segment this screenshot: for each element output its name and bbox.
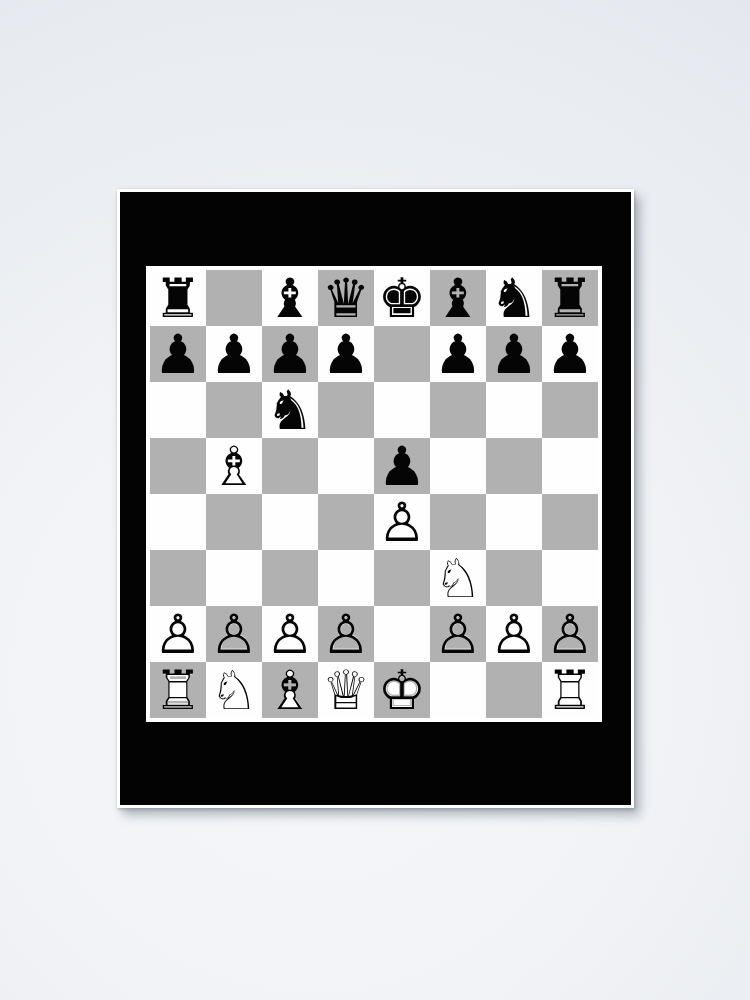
square-e2 [374, 606, 430, 662]
square-c1: ♝♗ [262, 662, 318, 718]
black-bishop: ♝ [262, 270, 318, 326]
square-a4 [150, 494, 206, 550]
white-king: ♚♔ [374, 662, 430, 718]
square-d3 [318, 550, 374, 606]
square-b1: ♞♘ [206, 662, 262, 718]
white-pawn: ♙♙ [374, 494, 430, 550]
square-e5: ♟ [374, 438, 430, 494]
square-d8: ♛ [318, 270, 374, 326]
square-h2: ♙♙ [542, 606, 598, 662]
square-d2: ♙♙ [318, 606, 374, 662]
square-e1: ♚♔ [374, 662, 430, 718]
white-pawn-outline: ♙ [318, 606, 374, 662]
square-f6 [430, 382, 486, 438]
square-c5 [262, 438, 318, 494]
square-d6 [318, 382, 374, 438]
square-b7: ♟ [206, 326, 262, 382]
square-h8: ♜ [542, 270, 598, 326]
white-rook-outline: ♖ [150, 662, 206, 718]
square-h6 [542, 382, 598, 438]
white-knight: ♞♘ [206, 662, 262, 718]
white-pawn: ♙♙ [206, 606, 262, 662]
square-b2: ♙♙ [206, 606, 262, 662]
square-b8 [206, 270, 262, 326]
white-pawn: ♙♙ [318, 606, 374, 662]
square-g6 [486, 382, 542, 438]
white-pawn-outline: ♙ [542, 606, 598, 662]
square-g8: ♞ [486, 270, 542, 326]
black-pawn: ♟ [206, 326, 262, 382]
square-f8: ♝ [430, 270, 486, 326]
white-pawn: ♙♙ [150, 606, 206, 662]
white-queen: ♛♕ [318, 662, 374, 718]
white-bishop: ♝♗ [206, 438, 262, 494]
square-b4 [206, 494, 262, 550]
white-pawn-outline: ♙ [430, 606, 486, 662]
black-pawn: ♟ [430, 326, 486, 382]
square-g3 [486, 550, 542, 606]
black-pawn: ♟ [542, 326, 598, 382]
square-f7: ♟ [430, 326, 486, 382]
square-h5 [542, 438, 598, 494]
square-c2: ♙♙ [262, 606, 318, 662]
black-pawn: ♟ [486, 326, 542, 382]
square-d7: ♟ [318, 326, 374, 382]
white-knight-outline: ♘ [430, 550, 486, 606]
square-f4 [430, 494, 486, 550]
square-a8: ♜ [150, 270, 206, 326]
white-pawn-outline: ♙ [150, 606, 206, 662]
square-c6: ♞ [262, 382, 318, 438]
white-pawn-outline: ♙ [262, 606, 318, 662]
black-knight: ♞ [486, 270, 542, 326]
square-a6 [150, 382, 206, 438]
white-pawn: ♙♙ [262, 606, 318, 662]
black-rook: ♜ [150, 270, 206, 326]
black-pawn: ♟ [374, 438, 430, 494]
square-e8: ♚ [374, 270, 430, 326]
white-rook: ♜♖ [542, 662, 598, 718]
square-a3 [150, 550, 206, 606]
square-g5 [486, 438, 542, 494]
square-c7: ♟ [262, 326, 318, 382]
square-h3 [542, 550, 598, 606]
white-pawn-outline: ♙ [374, 494, 430, 550]
white-rook: ♜♖ [150, 662, 206, 718]
black-bishop: ♝ [430, 270, 486, 326]
white-knight: ♞♘ [430, 550, 486, 606]
white-bishop-outline: ♗ [262, 662, 318, 718]
square-f5 [430, 438, 486, 494]
square-c8: ♝ [262, 270, 318, 326]
wall-background: ♜♝♛♚♝♞♜♟♟♟♟♟♟♟♞♝♗♟♙♙♞♘♙♙♙♙♙♙♙♙♙♙♙♙♙♙♜♖♞♘… [0, 0, 750, 1000]
square-b3 [206, 550, 262, 606]
black-pawn: ♟ [262, 326, 318, 382]
square-g4 [486, 494, 542, 550]
black-knight: ♞ [262, 382, 318, 438]
square-e6 [374, 382, 430, 438]
white-pawn-outline: ♙ [206, 606, 262, 662]
square-g2: ♙♙ [486, 606, 542, 662]
chess-board: ♜♝♛♚♝♞♜♟♟♟♟♟♟♟♞♝♗♟♙♙♞♘♙♙♙♙♙♙♙♙♙♙♙♙♙♙♜♖♞♘… [150, 270, 598, 718]
white-pawn: ♙♙ [486, 606, 542, 662]
square-d4 [318, 494, 374, 550]
square-f2: ♙♙ [430, 606, 486, 662]
white-bishop: ♝♗ [262, 662, 318, 718]
white-knight-outline: ♘ [206, 662, 262, 718]
black-rook: ♜ [542, 270, 598, 326]
square-d1: ♛♕ [318, 662, 374, 718]
square-f1 [430, 662, 486, 718]
square-e4: ♙♙ [374, 494, 430, 550]
board-frame: ♜♝♛♚♝♞♜♟♟♟♟♟♟♟♞♝♗♟♙♙♞♘♙♙♙♙♙♙♙♙♙♙♙♙♙♙♜♖♞♘… [146, 266, 602, 722]
square-g1 [486, 662, 542, 718]
white-rook-outline: ♖ [542, 662, 598, 718]
square-b5: ♝♗ [206, 438, 262, 494]
square-b6 [206, 382, 262, 438]
square-a5 [150, 438, 206, 494]
poster: ♜♝♛♚♝♞♜♟♟♟♟♟♟♟♞♝♗♟♙♙♞♘♙♙♙♙♙♙♙♙♙♙♙♙♙♙♜♖♞♘… [117, 189, 634, 808]
square-a2: ♙♙ [150, 606, 206, 662]
square-c3 [262, 550, 318, 606]
white-pawn: ♙♙ [430, 606, 486, 662]
black-queen: ♛ [318, 270, 374, 326]
square-h7: ♟ [542, 326, 598, 382]
square-e7 [374, 326, 430, 382]
white-pawn: ♙♙ [542, 606, 598, 662]
black-pawn: ♟ [150, 326, 206, 382]
square-h4 [542, 494, 598, 550]
white-bishop-outline: ♗ [206, 438, 262, 494]
square-a1: ♜♖ [150, 662, 206, 718]
black-king: ♚ [374, 270, 430, 326]
square-f3: ♞♘ [430, 550, 486, 606]
square-h1: ♜♖ [542, 662, 598, 718]
white-king-outline: ♔ [374, 662, 430, 718]
black-pawn: ♟ [318, 326, 374, 382]
square-c4 [262, 494, 318, 550]
white-pawn-outline: ♙ [486, 606, 542, 662]
square-a7: ♟ [150, 326, 206, 382]
square-d5 [318, 438, 374, 494]
square-g7: ♟ [486, 326, 542, 382]
square-e3 [374, 550, 430, 606]
white-queen-outline: ♕ [318, 662, 374, 718]
